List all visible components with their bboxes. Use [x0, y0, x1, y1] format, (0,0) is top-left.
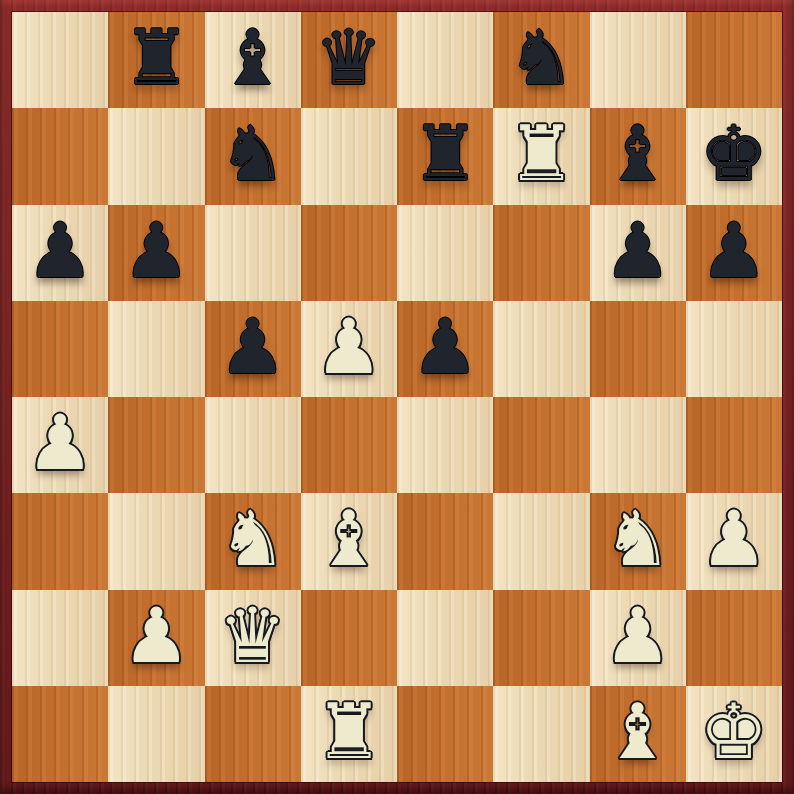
square-e7[interactable]: ♜ — [397, 108, 493, 204]
square-g3[interactable]: ♞ — [590, 493, 686, 589]
square-c1[interactable] — [205, 686, 301, 782]
white-queen[interactable]: ♛ — [219, 598, 287, 674]
white-knight[interactable]: ♞ — [219, 501, 287, 577]
square-b5[interactable] — [108, 301, 204, 397]
square-f4[interactable] — [493, 397, 589, 493]
square-d4[interactable] — [301, 397, 397, 493]
white-knight[interactable]: ♞ — [604, 501, 672, 577]
square-h3[interactable]: ♟ — [686, 493, 782, 589]
square-c5[interactable]: ♟ — [205, 301, 301, 397]
square-f6[interactable] — [493, 205, 589, 301]
square-f2[interactable] — [493, 590, 589, 686]
square-e3[interactable] — [397, 493, 493, 589]
board-frame: ♜♝♛♞♞♜♜♝♚♟♟♟♟♟♟♟♟♞♝♞♟♟♛♟♜♝♚ — [0, 0, 794, 794]
square-b2[interactable]: ♟ — [108, 590, 204, 686]
square-d2[interactable] — [301, 590, 397, 686]
square-a6[interactable]: ♟ — [12, 205, 108, 301]
square-f8[interactable]: ♞ — [493, 12, 589, 108]
square-h4[interactable] — [686, 397, 782, 493]
black-rook[interactable]: ♜ — [411, 116, 479, 192]
square-g4[interactable] — [590, 397, 686, 493]
black-bishop[interactable]: ♝ — [604, 116, 672, 192]
square-h7[interactable]: ♚ — [686, 108, 782, 204]
square-e4[interactable] — [397, 397, 493, 493]
square-c4[interactable] — [205, 397, 301, 493]
black-rook[interactable]: ♜ — [122, 20, 190, 96]
black-bishop[interactable]: ♝ — [219, 20, 287, 96]
square-e6[interactable] — [397, 205, 493, 301]
black-pawn[interactable]: ♟ — [26, 213, 94, 289]
black-pawn[interactable]: ♟ — [604, 213, 672, 289]
black-pawn[interactable]: ♟ — [411, 309, 479, 385]
square-f1[interactable] — [493, 686, 589, 782]
square-a5[interactable] — [12, 301, 108, 397]
square-h2[interactable] — [686, 590, 782, 686]
square-g1[interactable]: ♝ — [590, 686, 686, 782]
square-d5[interactable]: ♟ — [301, 301, 397, 397]
square-d8[interactable]: ♛ — [301, 12, 397, 108]
white-pawn[interactable]: ♟ — [604, 598, 672, 674]
square-e8[interactable] — [397, 12, 493, 108]
chess-board: ♜♝♛♞♞♜♜♝♚♟♟♟♟♟♟♟♟♞♝♞♟♟♛♟♜♝♚ — [12, 12, 782, 782]
square-g8[interactable] — [590, 12, 686, 108]
white-bishop[interactable]: ♝ — [315, 501, 383, 577]
white-rook[interactable]: ♜ — [315, 694, 383, 770]
square-b7[interactable] — [108, 108, 204, 204]
square-h5[interactable] — [686, 301, 782, 397]
square-h1[interactable]: ♚ — [686, 686, 782, 782]
white-bishop[interactable]: ♝ — [604, 694, 672, 770]
square-a8[interactable] — [12, 12, 108, 108]
square-a2[interactable] — [12, 590, 108, 686]
square-g2[interactable]: ♟ — [590, 590, 686, 686]
square-d6[interactable] — [301, 205, 397, 301]
square-b3[interactable] — [108, 493, 204, 589]
black-pawn[interactable]: ♟ — [122, 213, 190, 289]
white-king[interactable]: ♚ — [700, 694, 768, 770]
white-pawn[interactable]: ♟ — [315, 309, 383, 385]
square-c2[interactable]: ♛ — [205, 590, 301, 686]
square-d7[interactable] — [301, 108, 397, 204]
square-f7[interactable]: ♜ — [493, 108, 589, 204]
black-pawn[interactable]: ♟ — [700, 213, 768, 289]
black-king[interactable]: ♚ — [700, 116, 768, 192]
black-pawn[interactable]: ♟ — [219, 309, 287, 385]
black-knight[interactable]: ♞ — [219, 116, 287, 192]
square-g7[interactable]: ♝ — [590, 108, 686, 204]
square-a3[interactable] — [12, 493, 108, 589]
square-h8[interactable] — [686, 12, 782, 108]
square-c8[interactable]: ♝ — [205, 12, 301, 108]
square-b4[interactable] — [108, 397, 204, 493]
square-b6[interactable]: ♟ — [108, 205, 204, 301]
square-d1[interactable]: ♜ — [301, 686, 397, 782]
square-a1[interactable] — [12, 686, 108, 782]
square-c3[interactable]: ♞ — [205, 493, 301, 589]
square-e2[interactable] — [397, 590, 493, 686]
square-e1[interactable] — [397, 686, 493, 782]
square-b1[interactable] — [108, 686, 204, 782]
square-h6[interactable]: ♟ — [686, 205, 782, 301]
white-rook[interactable]: ♜ — [507, 116, 575, 192]
square-g6[interactable]: ♟ — [590, 205, 686, 301]
square-a4[interactable]: ♟ — [12, 397, 108, 493]
white-pawn[interactable]: ♟ — [700, 501, 768, 577]
black-knight[interactable]: ♞ — [507, 20, 575, 96]
square-a7[interactable] — [12, 108, 108, 204]
square-d3[interactable]: ♝ — [301, 493, 397, 589]
square-c7[interactable]: ♞ — [205, 108, 301, 204]
square-e5[interactable]: ♟ — [397, 301, 493, 397]
square-g5[interactable] — [590, 301, 686, 397]
black-queen[interactable]: ♛ — [315, 20, 383, 96]
square-f5[interactable] — [493, 301, 589, 397]
white-pawn[interactable]: ♟ — [26, 405, 94, 481]
square-f3[interactable] — [493, 493, 589, 589]
square-b8[interactable]: ♜ — [108, 12, 204, 108]
square-c6[interactable] — [205, 205, 301, 301]
white-pawn[interactable]: ♟ — [122, 598, 190, 674]
